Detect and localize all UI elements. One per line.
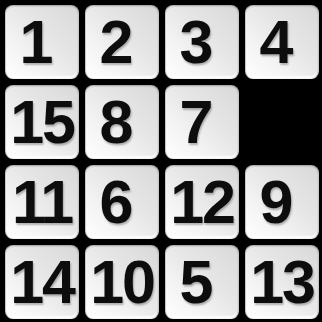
tile-6[interactable]: 6 bbox=[85, 165, 159, 239]
tile-12[interactable]: 12 bbox=[165, 165, 239, 239]
tile-3[interactable]: 3 bbox=[165, 5, 239, 79]
tile-8[interactable]: 8 bbox=[85, 85, 159, 159]
tile-4[interactable]: 4 bbox=[245, 5, 319, 79]
tile-10[interactable]: 10 bbox=[85, 245, 159, 319]
tile-5[interactable]: 5 bbox=[165, 245, 239, 319]
tile-15[interactable]: 15 bbox=[5, 85, 79, 159]
empty-cell bbox=[245, 85, 319, 159]
tile-7[interactable]: 7 bbox=[165, 85, 239, 159]
puzzle-board: 123415871161291410513 bbox=[0, 0, 322, 322]
tile-1[interactable]: 1 bbox=[5, 5, 79, 79]
tile-11[interactable]: 11 bbox=[5, 165, 79, 239]
tile-13[interactable]: 13 bbox=[245, 245, 319, 319]
tile-9[interactable]: 9 bbox=[245, 165, 319, 239]
tile-14[interactable]: 14 bbox=[5, 245, 79, 319]
tile-2[interactable]: 2 bbox=[85, 5, 159, 79]
